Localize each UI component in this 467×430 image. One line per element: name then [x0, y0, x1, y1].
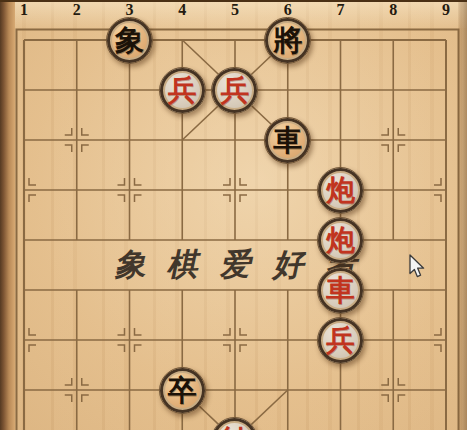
piece-black-soldier[interactable]: 卒 — [159, 367, 206, 414]
piece-red-soldier-3[interactable]: 兵 — [317, 317, 364, 364]
column-label-9: 9 — [442, 1, 450, 19]
piece-black-general[interactable]: 將 — [264, 17, 311, 64]
column-label-5: 5 — [231, 1, 239, 19]
piece-black-chariot[interactable]: 車 — [264, 117, 311, 164]
column-label-2: 2 — [73, 1, 81, 19]
xiangqi-board[interactable]: 123456789 象棋爱好者 象將兵兵車炮炮車兵卒帥 — [0, 0, 467, 430]
piece-red-general[interactable]: 帥 — [211, 417, 258, 430]
piece-red-chariot[interactable]: 車 — [317, 267, 364, 314]
pieces-grid: 象將兵兵車炮炮車兵卒帥 — [0, 15, 467, 430]
mouse-cursor-icon — [409, 254, 429, 280]
piece-red-soldier-1[interactable]: 兵 — [159, 67, 206, 114]
piece-black-elephant[interactable]: 象 — [106, 17, 153, 64]
column-label-3: 3 — [126, 1, 134, 19]
column-label-7: 7 — [337, 1, 345, 19]
column-label-6: 6 — [284, 1, 292, 19]
column-labels: 123456789 — [0, 0, 467, 22]
piece-red-cannon-2[interactable]: 炮 — [317, 217, 364, 264]
column-label-4: 4 — [178, 1, 186, 19]
piece-red-cannon-1[interactable]: 炮 — [317, 167, 364, 214]
piece-red-soldier-2[interactable]: 兵 — [211, 67, 258, 114]
column-label-1: 1 — [20, 1, 28, 19]
column-label-8: 8 — [389, 1, 397, 19]
